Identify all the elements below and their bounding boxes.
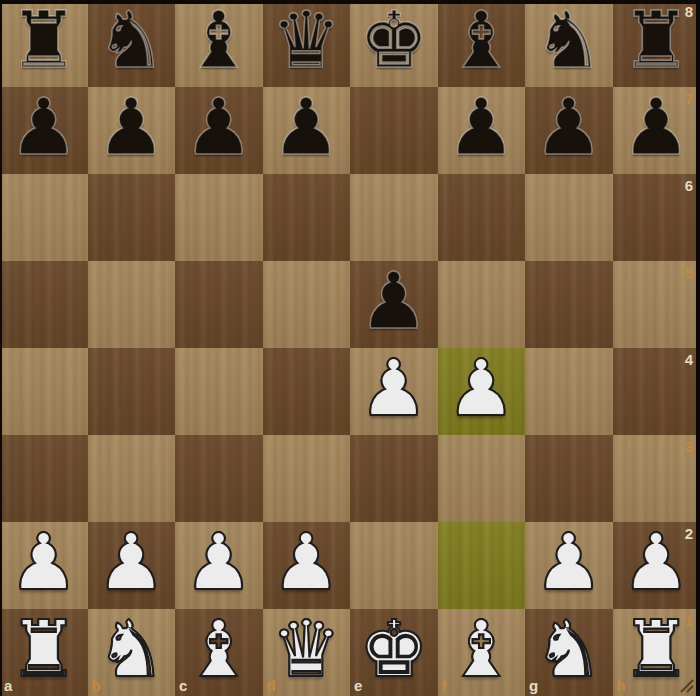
square-b4[interactable] [88, 348, 176, 435]
square-c5[interactable] [175, 261, 263, 348]
square-d8[interactable]: ♛ [263, 0, 351, 87]
piece-black-rook[interactable]: ♜ [9, 0, 79, 84]
piece-white-pawn[interactable]: ♟ [446, 345, 516, 432]
square-a5[interactable] [0, 261, 88, 348]
square-g6[interactable] [525, 174, 613, 261]
square-d6[interactable] [263, 174, 351, 261]
file-label-h: h [617, 678, 626, 693]
piece-black-pawn[interactable]: ♟ [9, 84, 79, 171]
rank-label-4: 4 [685, 352, 693, 367]
piece-black-queen[interactable]: ♛ [271, 0, 341, 84]
piece-black-pawn[interactable]: ♟ [184, 84, 254, 171]
piece-black-rook[interactable]: ♜ [621, 0, 691, 84]
rank-label-2: 2 [685, 526, 693, 541]
square-g8[interactable]: ♞ [525, 0, 613, 87]
file-label-f: f [442, 678, 447, 693]
square-a4[interactable] [0, 348, 88, 435]
chess-board-stage: ♜♞♝♛♚♝♞♜8♟♟♟♟♟♟♟76♟5♟♟43♟♟♟♟♟♟2♜a♞b♝c♛d♚… [0, 0, 700, 696]
square-g7[interactable]: ♟ [525, 87, 613, 174]
square-b6[interactable] [88, 174, 176, 261]
piece-black-pawn[interactable]: ♟ [446, 84, 516, 171]
file-label-g: g [529, 678, 538, 693]
piece-black-king[interactable]: ♚ [359, 0, 429, 84]
square-b1[interactable]: ♞b [88, 609, 176, 696]
piece-white-pawn[interactable]: ♟ [9, 519, 79, 606]
board-resize-handle-icon[interactable] [678, 677, 694, 693]
square-e8[interactable]: ♚ [350, 0, 438, 87]
square-g4[interactable] [525, 348, 613, 435]
square-a7[interactable]: ♟ [0, 87, 88, 174]
square-f6[interactable] [438, 174, 526, 261]
rank-label-7: 7 [685, 91, 693, 106]
square-c4[interactable] [175, 348, 263, 435]
square-e3[interactable] [350, 435, 438, 522]
file-label-b: b [92, 678, 101, 693]
piece-black-bishop[interactable]: ♝ [184, 0, 254, 84]
square-h8[interactable]: ♜8 [613, 0, 700, 87]
square-d7[interactable]: ♟ [263, 87, 351, 174]
square-e7[interactable] [350, 87, 438, 174]
square-f5[interactable] [438, 261, 526, 348]
piece-white-queen[interactable]: ♛ [271, 606, 341, 693]
board-edge-left [0, 0, 2, 696]
square-e4[interactable]: ♟ [350, 348, 438, 435]
square-h2[interactable]: ♟2 [613, 522, 700, 609]
file-label-a: a [4, 678, 12, 693]
square-f2[interactable] [438, 522, 526, 609]
piece-black-pawn[interactable]: ♟ [96, 84, 166, 171]
square-f8[interactable]: ♝ [438, 0, 526, 87]
rank-label-3: 3 [685, 439, 693, 454]
square-b8[interactable]: ♞ [88, 0, 176, 87]
piece-white-rook[interactable]: ♜ [9, 606, 79, 693]
square-b7[interactable]: ♟ [88, 87, 176, 174]
piece-black-pawn[interactable]: ♟ [534, 84, 604, 171]
square-g5[interactable] [525, 261, 613, 348]
file-label-d: d [267, 678, 276, 693]
square-e6[interactable] [350, 174, 438, 261]
square-d5[interactable] [263, 261, 351, 348]
square-f3[interactable] [438, 435, 526, 522]
square-e1[interactable]: ♚e [350, 609, 438, 696]
piece-black-bishop[interactable]: ♝ [446, 0, 516, 84]
piece-white-bishop[interactable]: ♝ [184, 606, 254, 693]
square-d4[interactable] [263, 348, 351, 435]
piece-black-knight[interactable]: ♞ [96, 0, 166, 84]
square-b3[interactable] [88, 435, 176, 522]
square-g3[interactable] [525, 435, 613, 522]
square-a3[interactable] [0, 435, 88, 522]
square-c8[interactable]: ♝ [175, 0, 263, 87]
square-f7[interactable]: ♟ [438, 87, 526, 174]
piece-white-pawn[interactable]: ♟ [96, 519, 166, 606]
square-h4[interactable]: 4 [613, 348, 700, 435]
square-a1[interactable]: ♜a [0, 609, 88, 696]
square-a8[interactable]: ♜ [0, 0, 88, 87]
piece-white-knight[interactable]: ♞ [96, 606, 166, 693]
square-c3[interactable] [175, 435, 263, 522]
square-f4[interactable]: ♟ [438, 348, 526, 435]
square-h5[interactable]: 5 [613, 261, 700, 348]
square-d2[interactable]: ♟ [263, 522, 351, 609]
square-b5[interactable] [88, 261, 176, 348]
square-g2[interactable]: ♟ [525, 522, 613, 609]
piece-white-pawn[interactable]: ♟ [621, 519, 691, 606]
square-a2[interactable]: ♟ [0, 522, 88, 609]
square-e5[interactable]: ♟ [350, 261, 438, 348]
piece-black-pawn[interactable]: ♟ [621, 84, 691, 171]
rank-label-8: 8 [685, 4, 693, 19]
rank-label-5: 5 [685, 265, 693, 280]
piece-white-pawn[interactable]: ♟ [359, 345, 429, 432]
square-h7[interactable]: ♟7 [613, 87, 700, 174]
square-a6[interactable] [0, 174, 88, 261]
piece-white-bishop[interactable]: ♝ [446, 606, 516, 693]
file-label-c: c [179, 678, 187, 693]
rank-label-1: 1 [685, 613, 693, 628]
file-label-e: e [354, 678, 362, 693]
piece-black-pawn[interactable]: ♟ [359, 258, 429, 345]
board-edge-right [696, 0, 700, 696]
square-c7[interactable]: ♟ [175, 87, 263, 174]
square-c6[interactable] [175, 174, 263, 261]
piece-white-pawn[interactable]: ♟ [184, 519, 254, 606]
piece-white-king[interactable]: ♚ [359, 606, 429, 693]
square-h6[interactable]: 6 [613, 174, 700, 261]
piece-black-knight[interactable]: ♞ [534, 0, 604, 84]
board-edge-top [0, 0, 700, 4]
piece-white-pawn[interactable]: ♟ [271, 519, 341, 606]
piece-black-pawn[interactable]: ♟ [271, 84, 341, 171]
square-h3[interactable]: 3 [613, 435, 700, 522]
square-d1[interactable]: ♛d [263, 609, 351, 696]
square-g1[interactable]: ♞g [525, 609, 613, 696]
rank-label-6: 6 [685, 178, 693, 193]
piece-white-knight[interactable]: ♞ [534, 606, 604, 693]
square-b2[interactable]: ♟ [88, 522, 176, 609]
square-d3[interactable] [263, 435, 351, 522]
square-c1[interactable]: ♝c [175, 609, 263, 696]
square-e2[interactable] [350, 522, 438, 609]
square-f1[interactable]: ♝f [438, 609, 526, 696]
square-c2[interactable]: ♟ [175, 522, 263, 609]
chess-board: ♜♞♝♛♚♝♞♜8♟♟♟♟♟♟♟76♟5♟♟43♟♟♟♟♟♟2♜a♞b♝c♛d♚… [0, 0, 700, 696]
piece-white-pawn[interactable]: ♟ [534, 519, 604, 606]
